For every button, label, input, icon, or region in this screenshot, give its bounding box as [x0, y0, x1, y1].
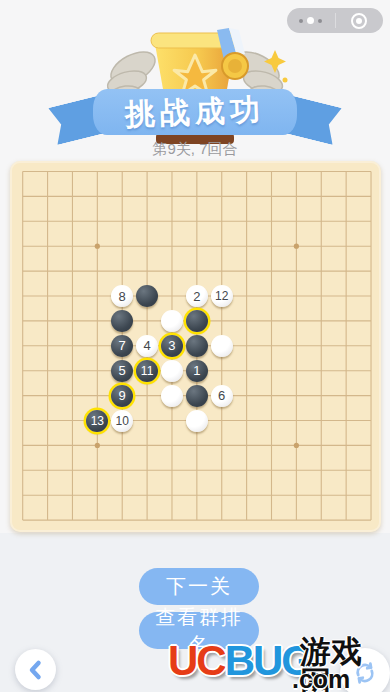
gomoku-board[interactable]: 82127435111961310 — [10, 161, 381, 532]
stone-white-12: 12 — [211, 285, 233, 307]
star-point — [95, 443, 100, 448]
stone-white-4: 4 — [136, 335, 158, 357]
stone-white — [161, 385, 183, 407]
stone-white-8: 8 — [111, 285, 133, 307]
star-point — [294, 443, 299, 448]
app-screen: 挑战成功 第9关, 7回合 82127435111961310 下一关 查看群排… — [0, 0, 390, 692]
stone-white — [186, 410, 208, 432]
record-circle-icon — [351, 13, 367, 29]
stone-black — [186, 385, 208, 407]
stone-black-7: 7 — [111, 335, 133, 357]
close-minimize-button[interactable] — [336, 8, 384, 33]
back-button[interactable] — [15, 649, 56, 690]
star-point — [95, 244, 100, 249]
stone-black-11: 11 — [136, 360, 158, 382]
stone-white-6: 6 — [211, 385, 233, 407]
success-banner: 挑战成功 — [55, 87, 335, 141]
stone-black — [186, 310, 208, 332]
stone-white-10: 10 — [111, 410, 133, 432]
more-dots-icon — [299, 17, 322, 24]
group-rank-button[interactable]: 查看群排名 — [139, 612, 259, 649]
wechat-capsule — [287, 8, 383, 33]
stone-white-2: 2 — [186, 285, 208, 307]
stone-black — [111, 310, 133, 332]
stone-black-3: 3 — [161, 335, 183, 357]
refresh-share-icon — [351, 659, 379, 687]
stone-black — [186, 335, 208, 357]
banner-title: 挑战成功 — [124, 89, 265, 135]
menu-button[interactable] — [287, 8, 335, 33]
stone-black-9: 9 — [111, 385, 133, 407]
stone-black-5: 5 — [111, 360, 133, 382]
stone-white — [161, 310, 183, 332]
share-button[interactable] — [340, 648, 390, 692]
banner-ribbon: 挑战成功 — [93, 89, 297, 135]
stone-white — [211, 335, 233, 357]
stone-black — [136, 285, 158, 307]
next-level-button[interactable]: 下一关 — [139, 568, 259, 605]
level-info: 第9关, 7回合 — [0, 140, 390, 159]
stone-black-1: 1 — [186, 360, 208, 382]
star-point — [294, 244, 299, 249]
stone-black-13: 13 — [86, 410, 108, 432]
stone-white — [161, 360, 183, 382]
chevron-left-icon — [23, 657, 49, 683]
